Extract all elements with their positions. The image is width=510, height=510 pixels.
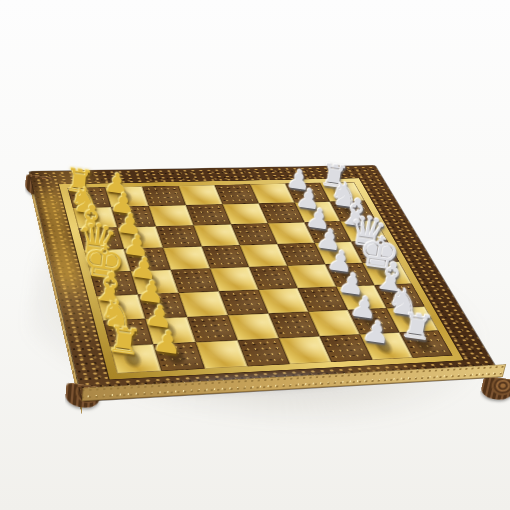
piece-gold-pawn[interactable]: ♟ — [151, 325, 184, 359]
square-d3[interactable] — [163, 246, 210, 269]
square-e5[interactable] — [249, 266, 298, 290]
square-c3[interactable] — [156, 225, 202, 247]
board-foot-right — [479, 376, 510, 402]
square-f4[interactable] — [219, 290, 269, 316]
square-f3[interactable] — [179, 291, 228, 317]
board-foot-left — [25, 174, 54, 198]
chess-board: ♜♞♝♛♚♝♞♜♟♟♟♟♟♟♟♟♟♟♟♟♟♟♟♟♜♞♝♛♚♝♞♜ — [29, 165, 501, 401]
square-f5[interactable] — [259, 288, 309, 313]
square-b3[interactable] — [149, 205, 194, 226]
board-grid: ♜♞♝♛♚♝♞♜♟♟♟♟♟♟♟♟♟♟♟♟♟♟♟♟♜♞♝♛♚♝♞♜ — [59, 178, 463, 379]
square-h2[interactable]: ♟ — [153, 342, 205, 371]
piece-stand: ♟ — [153, 342, 205, 371]
square-a3[interactable] — [142, 186, 186, 206]
board-tilt-wrapper: ♜♞♝♛♚♝♞♜♟♟♟♟♟♟♟♟♟♟♟♟♟♟♟♟♜♞♝♛♚♝♞♜ — [29, 165, 501, 401]
square-b5[interactable] — [223, 203, 268, 224]
piece-silver-pawn[interactable]: ♟ — [360, 315, 394, 348]
photo-backdrop: ♜♞♝♛♚♝♞♜♟♟♟♟♟♟♟♟♟♟♟♟♟♟♟♟♜♞♝♛♚♝♞♜ — [0, 0, 510, 510]
square-c4[interactable] — [194, 224, 240, 246]
piece-silver-rook[interactable]: ♜ — [398, 308, 437, 346]
piece-gold-rook[interactable]: ♜ — [105, 321, 144, 361]
